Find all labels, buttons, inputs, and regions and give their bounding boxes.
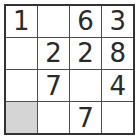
cell-r1c1[interactable]: 1: [6, 6, 37, 37]
cell-r1c4[interactable]: 3: [102, 6, 133, 37]
cell-r2c2[interactable]: 2: [38, 38, 69, 69]
cell-r2c1[interactable]: [6, 38, 37, 69]
cell-r2c3[interactable]: 2: [70, 38, 101, 69]
cell-r4c1[interactable]: [6, 102, 37, 133]
cell-r1c2[interactable]: [38, 6, 69, 37]
cell-r3c2[interactable]: 7: [38, 70, 69, 101]
puzzle-screenshot: 163228747: [0, 0, 140, 140]
cell-r1c3[interactable]: 6: [70, 6, 101, 37]
cell-r4c4[interactable]: [102, 102, 133, 133]
cell-r3c3[interactable]: [70, 70, 101, 101]
cell-r2c4[interactable]: 8: [102, 38, 133, 69]
puzzle-board: 163228747: [4, 4, 135, 135]
cell-r4c3[interactable]: 7: [70, 102, 101, 133]
cell-r3c1[interactable]: [6, 70, 37, 101]
cell-r3c4[interactable]: 4: [102, 70, 133, 101]
cell-r4c2[interactable]: [38, 102, 69, 133]
